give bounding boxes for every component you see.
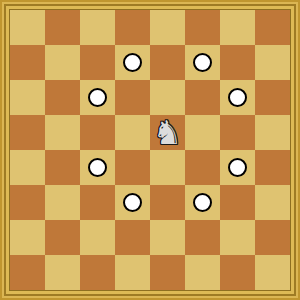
square-c4[interactable]	[80, 150, 115, 185]
square-a8[interactable]	[10, 10, 45, 45]
square-h4[interactable]	[255, 150, 290, 185]
square-a3[interactable]	[10, 185, 45, 220]
move-marker[interactable]	[88, 88, 107, 107]
square-d5[interactable]	[115, 115, 150, 150]
square-f8[interactable]	[185, 10, 220, 45]
square-a6[interactable]	[10, 80, 45, 115]
square-f5[interactable]	[185, 115, 220, 150]
square-h7[interactable]	[255, 45, 290, 80]
square-e3[interactable]	[150, 185, 185, 220]
square-f3[interactable]	[185, 185, 220, 220]
square-b6[interactable]	[45, 80, 80, 115]
square-f1[interactable]	[185, 255, 220, 290]
square-b3[interactable]	[45, 185, 80, 220]
square-g1[interactable]	[220, 255, 255, 290]
square-f2[interactable]	[185, 220, 220, 255]
square-g2[interactable]	[220, 220, 255, 255]
square-f6[interactable]	[185, 80, 220, 115]
square-c3[interactable]	[80, 185, 115, 220]
square-g4[interactable]	[220, 150, 255, 185]
square-g6[interactable]	[220, 80, 255, 115]
square-e4[interactable]	[150, 150, 185, 185]
square-f4[interactable]	[185, 150, 220, 185]
square-d4[interactable]	[115, 150, 150, 185]
square-g5[interactable]	[220, 115, 255, 150]
square-d3[interactable]	[115, 185, 150, 220]
square-a4[interactable]	[10, 150, 45, 185]
board-frame-stripe: ♞	[2, 2, 298, 298]
square-d7[interactable]	[115, 45, 150, 80]
square-c6[interactable]	[80, 80, 115, 115]
square-c8[interactable]	[80, 10, 115, 45]
square-e6[interactable]	[150, 80, 185, 115]
square-b5[interactable]	[45, 115, 80, 150]
square-c7[interactable]	[80, 45, 115, 80]
chess-diagram: ♞	[0, 0, 300, 300]
square-b4[interactable]	[45, 150, 80, 185]
square-g3[interactable]	[220, 185, 255, 220]
square-h2[interactable]	[255, 220, 290, 255]
square-d1[interactable]	[115, 255, 150, 290]
square-c1[interactable]	[80, 255, 115, 290]
square-g7[interactable]	[220, 45, 255, 80]
square-b2[interactable]	[45, 220, 80, 255]
move-marker[interactable]	[123, 53, 142, 72]
move-marker[interactable]	[228, 88, 247, 107]
square-d2[interactable]	[115, 220, 150, 255]
square-e2[interactable]	[150, 220, 185, 255]
square-b1[interactable]	[45, 255, 80, 290]
square-h3[interactable]	[255, 185, 290, 220]
square-e5[interactable]: ♞	[150, 115, 185, 150]
move-marker[interactable]	[123, 193, 142, 212]
move-marker[interactable]	[88, 158, 107, 177]
square-f7[interactable]	[185, 45, 220, 80]
square-b8[interactable]	[45, 10, 80, 45]
square-e7[interactable]	[150, 45, 185, 80]
square-g8[interactable]	[220, 10, 255, 45]
square-e1[interactable]	[150, 255, 185, 290]
square-a2[interactable]	[10, 220, 45, 255]
square-h8[interactable]	[255, 10, 290, 45]
square-a1[interactable]	[10, 255, 45, 290]
square-h1[interactable]	[255, 255, 290, 290]
chess-board: ♞	[10, 10, 290, 290]
square-b7[interactable]	[45, 45, 80, 80]
square-a5[interactable]	[10, 115, 45, 150]
square-a7[interactable]	[10, 45, 45, 80]
move-marker[interactable]	[193, 193, 212, 212]
board-frame: ♞	[0, 0, 300, 300]
square-h5[interactable]	[255, 115, 290, 150]
move-marker[interactable]	[193, 53, 212, 72]
square-c2[interactable]	[80, 220, 115, 255]
square-e8[interactable]	[150, 10, 185, 45]
white-knight-piece[interactable]: ♞	[153, 115, 183, 150]
board-frame-stripe: ♞	[4, 4, 296, 296]
square-d6[interactable]	[115, 80, 150, 115]
square-c5[interactable]	[80, 115, 115, 150]
board-frame-stripe: ♞	[9, 9, 291, 291]
board-frame-stripe: ♞	[6, 6, 294, 294]
move-marker[interactable]	[228, 158, 247, 177]
square-h6[interactable]	[255, 80, 290, 115]
square-d8[interactable]	[115, 10, 150, 45]
